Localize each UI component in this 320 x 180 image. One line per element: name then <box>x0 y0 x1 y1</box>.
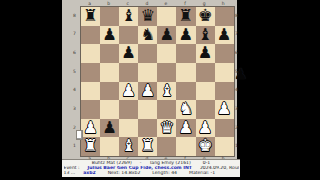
next-move-text: Next: 14.Bxb2 <box>108 171 141 175</box>
square-h5 <box>215 63 234 82</box>
square-c3 <box>119 100 138 119</box>
square-a4 <box>81 82 100 101</box>
event-name: Julius Baer Gen Cup Fide, chess.com INT <box>88 166 192 170</box>
square-b3 <box>100 100 119 119</box>
rank-label-4: 4 <box>71 81 78 100</box>
black-bishop-c8: ♝ <box>121 8 136 25</box>
square-f8: ♜ <box>176 7 195 26</box>
square-h1 <box>215 137 234 156</box>
chess-board: ♜♝♛♜♚♟♞♟♟♝♟♟♟♟♟♝♞♟♟♟♛♟♟♜♝♜♚ <box>80 6 235 157</box>
square-b2: ♟ <box>100 119 119 138</box>
black-player-name: Tang Emily (2161) <box>149 161 191 165</box>
square-c8: ♝ <box>119 7 138 26</box>
square-a3 <box>81 100 100 119</box>
file-labels-top: abcdefgh <box>80 1 233 6</box>
current-move-number: 13 ... <box>64 171 76 175</box>
file-label-a: a <box>80 1 99 6</box>
square-e4: ♝ <box>157 82 176 101</box>
black-pawn-b2: ♟ <box>102 120 117 137</box>
game-result: 0-1 <box>203 161 211 165</box>
current-move-san: axb2 <box>83 171 96 175</box>
white-to-move-indicator <box>76 130 83 140</box>
black-pawn-c6: ♟ <box>121 45 136 62</box>
square-h7: ♟ <box>215 26 234 45</box>
file-label-d: d <box>137 1 156 6</box>
rank-label-5: 5 <box>71 62 78 81</box>
black-pawn-e7: ♟ <box>160 27 175 44</box>
square-d1: ♜ <box>138 137 157 156</box>
file-label-b: b <box>99 1 118 6</box>
square-d7: ♞ <box>138 26 157 45</box>
square-g8: ♚ <box>196 7 215 26</box>
square-f4 <box>176 82 195 101</box>
black-pawn-h7: ♟ <box>217 27 232 44</box>
rank-label-7: 7 <box>71 25 78 44</box>
black-pawn-g6: ♟ <box>198 45 213 62</box>
square-h2 <box>215 119 234 138</box>
square-h8 <box>215 7 234 26</box>
square-g5 <box>196 63 215 82</box>
black-pawn-b7: ♟ <box>102 27 117 44</box>
rank-label-6: 6 <box>71 43 78 62</box>
square-f6 <box>176 44 195 63</box>
square-d2 <box>138 119 157 138</box>
square-c5 <box>119 63 138 82</box>
square-f5 <box>176 63 195 82</box>
rank-label-3: 3 <box>71 99 78 118</box>
move-info-line: 13 ... axb2 Next: 14.Bxb2 Length: 44 Mat… <box>64 171 239 176</box>
material-text: Material: -1 <box>189 171 215 175</box>
square-g7: ♝ <box>196 26 215 45</box>
white-pawn-d4: ♟ <box>140 83 155 100</box>
square-b7: ♟ <box>100 26 119 45</box>
square-d4: ♟ <box>138 82 157 101</box>
file-label-g: g <box>195 1 214 6</box>
square-h4 <box>215 82 234 101</box>
white-player-name: Buhtz Mat (2269) <box>92 161 132 165</box>
square-e5 <box>157 63 176 82</box>
black-knight-d7: ♞ <box>140 27 155 44</box>
square-g1: ♚ <box>196 137 215 156</box>
file-label-f: f <box>175 1 194 6</box>
square-g6: ♟ <box>196 44 215 63</box>
white-pawn-h3: ♟ <box>217 101 232 118</box>
file-label-c: c <box>118 1 137 6</box>
square-e6 <box>157 44 176 63</box>
square-c2 <box>119 119 138 138</box>
square-b4 <box>100 82 119 101</box>
white-rook-d1: ♜ <box>140 138 155 155</box>
square-b5 <box>100 63 119 82</box>
square-f1 <box>176 137 195 156</box>
square-b8 <box>100 7 119 26</box>
white-bishop-e4: ♝ <box>160 83 175 100</box>
material-advantage-pawn-icon: ♟ <box>234 67 247 82</box>
game-length-text: Length: 44 <box>152 171 177 175</box>
event-details: 2024.09.20, Round 2, 0:00 <box>200 166 239 170</box>
white-knight-f3: ♞ <box>179 101 194 118</box>
square-e7: ♟ <box>157 26 176 45</box>
square-a5 <box>81 63 100 82</box>
file-label-e: e <box>156 1 175 6</box>
square-c1: ♝ <box>119 137 138 156</box>
file-label-h: h <box>214 1 233 6</box>
black-rook-a8: ♜ <box>83 8 98 25</box>
square-a8: ♜ <box>81 7 100 26</box>
caption-panel: Buhtz Mat (2269) - Tang Emily (2161) 0-1… <box>62 159 240 177</box>
square-d6 <box>138 44 157 63</box>
square-b6 <box>100 44 119 63</box>
square-d3 <box>138 100 157 119</box>
square-a2: ♟ <box>81 119 100 138</box>
white-bishop-c1: ♝ <box>121 138 136 155</box>
video-frame: abcdefgh 87654321 87654321 ♜♝♛♜♚♟♞♟♟♝♟♟♟… <box>0 0 320 180</box>
square-f3: ♞ <box>176 100 195 119</box>
square-e3 <box>157 100 176 119</box>
square-b1 <box>100 137 119 156</box>
rank-label-8: 8 <box>71 6 78 25</box>
square-e8 <box>157 7 176 26</box>
square-e1 <box>157 137 176 156</box>
black-king-g8: ♚ <box>198 8 213 25</box>
square-c4: ♟ <box>119 82 138 101</box>
white-pawn-c4: ♟ <box>121 83 136 100</box>
square-a6 <box>81 44 100 63</box>
white-queen-e2: ♛ <box>160 120 175 137</box>
square-h3: ♟ <box>215 100 234 119</box>
square-f2: ♟ <box>176 119 195 138</box>
square-c7 <box>119 26 138 45</box>
players-separator: - <box>140 161 142 165</box>
white-rook-a1: ♜ <box>83 138 98 155</box>
square-g2: ♟ <box>196 119 215 138</box>
square-g3 <box>196 100 215 119</box>
black-pawn-f7: ♟ <box>179 27 194 44</box>
white-king-g1: ♚ <box>198 138 213 155</box>
event-label: Event : <box>64 166 80 170</box>
square-h6 <box>215 44 234 63</box>
black-queen-d8: ♛ <box>140 8 155 25</box>
square-g4 <box>196 82 215 101</box>
square-c6: ♟ <box>119 44 138 63</box>
square-d5 <box>138 63 157 82</box>
square-a1: ♜ <box>81 137 100 156</box>
white-pawn-a2: ♟ <box>83 120 98 137</box>
square-a7 <box>81 26 100 45</box>
white-pawn-g2: ♟ <box>198 120 213 137</box>
square-e2: ♛ <box>157 119 176 138</box>
white-pawn-f2: ♟ <box>179 120 194 137</box>
square-d8: ♛ <box>138 7 157 26</box>
black-rook-f8: ♜ <box>179 8 194 25</box>
square-f7: ♟ <box>176 26 195 45</box>
black-bishop-g7: ♝ <box>198 27 213 44</box>
